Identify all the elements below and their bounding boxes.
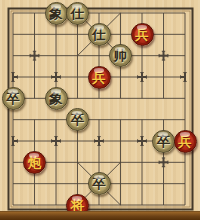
piece-glyph: 象 [49,6,63,21]
piece-glyph: 炮 [28,155,42,170]
piece-olive-advisor[interactable]: 仕 [66,2,89,25]
piece-glyph: 兵 [92,70,106,85]
piece-glyph: 帅 [114,48,128,63]
piece-olive-pawn[interactable]: 卒 [2,87,25,110]
piece-glyph: 兵 [178,134,192,149]
piece-glyph: 仕 [92,27,106,42]
board-bottom-edge [0,211,200,220]
xiangqi-board[interactable]: 象仕仕兵帅兵卒象卒卒兵炮卒将 [0,0,200,220]
piece-glyph: 仕 [71,6,85,21]
piece-olive-general[interactable]: 帅 [109,44,132,67]
piece-red-pawn[interactable]: 兵 [174,130,197,153]
piece-olive-elephant[interactable]: 象 [45,2,68,25]
piece-glyph: 象 [49,91,63,106]
piece-glyph: 卒 [71,112,85,127]
piece-glyph: 卒 [92,176,106,191]
piece-glyph: 兵 [135,27,149,42]
piece-red-pawn[interactable]: 兵 [88,66,111,89]
piece-olive-pawn[interactable]: 卒 [152,130,175,153]
piece-glyph: 卒 [157,134,171,149]
piece-red-pawn[interactable]: 兵 [131,23,154,46]
piece-olive-elephant[interactable]: 象 [45,87,68,110]
piece-olive-pawn[interactable]: 卒 [66,108,89,131]
piece-red-cannon[interactable]: 炮 [23,151,46,174]
piece-olive-advisor[interactable]: 仕 [88,23,111,46]
piece-glyph: 卒 [6,91,20,106]
piece-olive-pawn[interactable]: 卒 [88,172,111,195]
